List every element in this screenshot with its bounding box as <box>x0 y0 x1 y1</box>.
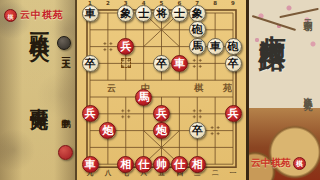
river-char: 苑 <box>223 82 232 95</box>
piece-black-砲[interactable]: 砲 <box>225 38 242 55</box>
piece-black-士[interactable]: 士 <box>135 5 152 22</box>
red-piece-badge-icon <box>58 145 73 160</box>
file-label-top: 9 <box>228 0 238 6</box>
piece-red-仕[interactable]: 仕 <box>171 156 188 173</box>
file-label-top: 2 <box>103 0 113 6</box>
piece-black-車[interactable]: 車 <box>207 38 224 55</box>
piece-red-兵[interactable]: 兵 <box>225 105 242 122</box>
footer-banner: 云中棋苑 棋 <box>251 156 306 170</box>
piece-red-車[interactable]: 車 <box>82 156 99 173</box>
piece-black-士[interactable]: 士 <box>171 5 188 22</box>
piece-red-仕[interactable]: 仕 <box>135 156 152 173</box>
river-char: 云 <box>107 82 116 95</box>
footer-channel-name: 云中棋苑 <box>251 156 291 170</box>
show-title: 大师棋路 <box>254 14 290 26</box>
piece-black-馬[interactable]: 馬 <box>189 38 206 55</box>
copyright-note: 盗版必究 <box>301 90 314 94</box>
channel-banner: 棋 云中棋苑 <box>4 8 64 22</box>
left-caption-panel: 棋 云中棋苑 天一棋路 王天一 无懈可击 申鹏 <box>0 0 77 180</box>
file-label-top: 8 <box>210 0 220 6</box>
channel-name: 云中棋苑 <box>20 8 64 22</box>
river-char: 棋 <box>194 82 203 95</box>
piece-black-卒[interactable]: 卒 <box>225 55 242 72</box>
piece-black-将[interactable]: 将 <box>153 5 170 22</box>
original-note: 云中原创 <box>301 12 314 16</box>
channel-seal-icon: 棋 <box>4 9 17 22</box>
piece-black-象[interactable]: 象 <box>189 5 206 22</box>
last-move-highlight <box>121 58 131 68</box>
black-piece-badge-icon <box>57 36 71 50</box>
piece-red-炮[interactable]: 炮 <box>153 122 170 139</box>
piece-red-相[interactable]: 相 <box>189 156 206 173</box>
file-label-bottom: 一 <box>228 169 238 178</box>
piece-black-砲[interactable]: 砲 <box>189 21 206 38</box>
xiangqi-board: 123456789九八七六五四三二一 云中棋苑 車象士将士象砲兵馬車砲卒卒車卒馬… <box>77 0 246 180</box>
piece-red-車[interactable]: 車 <box>171 55 188 72</box>
video-thumbnail: 棋 云中棋苑 天一棋路 王天一 无懈可击 申鹏 123456789九八七六五四三… <box>0 0 320 180</box>
piece-red-馬[interactable]: 馬 <box>135 89 152 106</box>
footer-seal-icon: 棋 <box>293 157 306 170</box>
right-scroll-panel: 大师棋路 云中原创 盗版必究 云中棋苑 棋 <box>246 0 320 180</box>
piece-black-車[interactable]: 車 <box>82 5 99 22</box>
piece-red-相[interactable]: 相 <box>117 156 134 173</box>
board-grid <box>77 0 246 180</box>
piece-red-帅[interactable]: 帅 <box>153 156 170 173</box>
piece-black-卒[interactable]: 卒 <box>153 55 170 72</box>
file-label-bottom: 二 <box>210 169 220 178</box>
file-label-bottom: 八 <box>103 169 113 178</box>
piece-black-卒[interactable]: 卒 <box>189 122 206 139</box>
piece-black-象[interactable]: 象 <box>117 5 134 22</box>
piece-red-兵[interactable]: 兵 <box>82 105 99 122</box>
piece-black-卒[interactable]: 卒 <box>82 55 99 72</box>
